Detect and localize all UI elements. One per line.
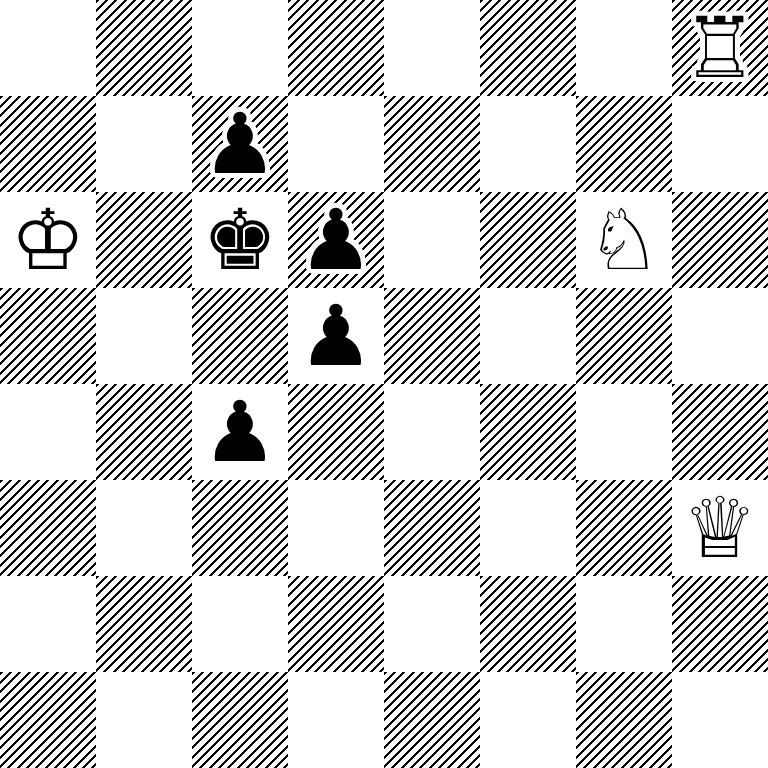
square-h8[interactable]: ♜♖ bbox=[672, 0, 768, 96]
piece-halo: ♚ bbox=[0, 192, 96, 288]
square-b2[interactable] bbox=[96, 576, 192, 672]
square-g6[interactable]: ♞♘ bbox=[576, 192, 672, 288]
piece-halo: ♟ bbox=[192, 96, 288, 192]
square-a8[interactable] bbox=[0, 0, 96, 96]
piece-white-queen-h3[interactable]: ♕ bbox=[672, 480, 768, 576]
square-d3[interactable] bbox=[288, 480, 384, 576]
piece-black-king-c6[interactable]: ♚ bbox=[192, 192, 288, 288]
square-b3[interactable] bbox=[96, 480, 192, 576]
piece-halo: ♟ bbox=[288, 192, 384, 288]
square-a5[interactable] bbox=[0, 288, 96, 384]
square-b1[interactable] bbox=[96, 672, 192, 768]
square-c8[interactable] bbox=[192, 0, 288, 96]
square-g3[interactable] bbox=[576, 480, 672, 576]
square-a7[interactable] bbox=[0, 96, 96, 192]
square-a4[interactable] bbox=[0, 384, 96, 480]
piece-white-king-a6[interactable]: ♔ bbox=[0, 192, 96, 288]
square-a3[interactable] bbox=[0, 480, 96, 576]
square-g5[interactable] bbox=[576, 288, 672, 384]
square-c1[interactable] bbox=[192, 672, 288, 768]
square-e5[interactable] bbox=[384, 288, 480, 384]
piece-black-pawn-d6[interactable]: ♟ bbox=[288, 192, 384, 288]
square-g7[interactable] bbox=[576, 96, 672, 192]
square-b7[interactable] bbox=[96, 96, 192, 192]
square-h4[interactable] bbox=[672, 384, 768, 480]
piece-halo: ♚ bbox=[192, 192, 288, 288]
square-c6[interactable]: ♚♚ bbox=[192, 192, 288, 288]
square-c2[interactable] bbox=[192, 576, 288, 672]
square-b8[interactable] bbox=[96, 0, 192, 96]
square-a2[interactable] bbox=[0, 576, 96, 672]
square-c4[interactable]: ♟♟ bbox=[192, 384, 288, 480]
square-f5[interactable] bbox=[480, 288, 576, 384]
square-e1[interactable] bbox=[384, 672, 480, 768]
piece-halo: ♟ bbox=[192, 384, 288, 480]
square-b6[interactable] bbox=[96, 192, 192, 288]
square-f8[interactable] bbox=[480, 0, 576, 96]
square-e3[interactable] bbox=[384, 480, 480, 576]
square-d2[interactable] bbox=[288, 576, 384, 672]
piece-halo: ♜ bbox=[672, 0, 768, 96]
square-d6[interactable]: ♟♟ bbox=[288, 192, 384, 288]
square-d1[interactable] bbox=[288, 672, 384, 768]
piece-black-pawn-c4[interactable]: ♟ bbox=[192, 384, 288, 480]
piece-halo: ♟ bbox=[288, 288, 384, 384]
square-e6[interactable] bbox=[384, 192, 480, 288]
square-f4[interactable] bbox=[480, 384, 576, 480]
square-g8[interactable] bbox=[576, 0, 672, 96]
square-h2[interactable] bbox=[672, 576, 768, 672]
square-a6[interactable]: ♚♔ bbox=[0, 192, 96, 288]
square-e7[interactable] bbox=[384, 96, 480, 192]
square-g1[interactable] bbox=[576, 672, 672, 768]
piece-black-pawn-c7[interactable]: ♟ bbox=[192, 96, 288, 192]
square-f2[interactable] bbox=[480, 576, 576, 672]
square-f3[interactable] bbox=[480, 480, 576, 576]
square-a1[interactable] bbox=[0, 672, 96, 768]
piece-white-knight-g6[interactable]: ♘ bbox=[576, 192, 672, 288]
square-c3[interactable] bbox=[192, 480, 288, 576]
square-g2[interactable] bbox=[576, 576, 672, 672]
square-h5[interactable] bbox=[672, 288, 768, 384]
square-h7[interactable] bbox=[672, 96, 768, 192]
chess-board: ♜♖♟♟♚♔♚♚♟♟♞♘♟♟♟♟♛♕ bbox=[0, 0, 768, 768]
square-f1[interactable] bbox=[480, 672, 576, 768]
square-d7[interactable] bbox=[288, 96, 384, 192]
square-c7[interactable]: ♟♟ bbox=[192, 96, 288, 192]
square-g4[interactable] bbox=[576, 384, 672, 480]
square-d4[interactable] bbox=[288, 384, 384, 480]
piece-halo: ♞ bbox=[576, 192, 672, 288]
square-d5[interactable]: ♟♟ bbox=[288, 288, 384, 384]
square-d8[interactable] bbox=[288, 0, 384, 96]
square-h1[interactable] bbox=[672, 672, 768, 768]
square-e8[interactable] bbox=[384, 0, 480, 96]
square-h3[interactable]: ♛♕ bbox=[672, 480, 768, 576]
square-e4[interactable] bbox=[384, 384, 480, 480]
square-e2[interactable] bbox=[384, 576, 480, 672]
square-c5[interactable] bbox=[192, 288, 288, 384]
piece-white-rook-h8[interactable]: ♖ bbox=[672, 0, 768, 96]
square-h6[interactable] bbox=[672, 192, 768, 288]
piece-black-pawn-d5[interactable]: ♟ bbox=[288, 288, 384, 384]
square-f6[interactable] bbox=[480, 192, 576, 288]
piece-halo: ♛ bbox=[672, 480, 768, 576]
square-f7[interactable] bbox=[480, 96, 576, 192]
square-b4[interactable] bbox=[96, 384, 192, 480]
square-b5[interactable] bbox=[96, 288, 192, 384]
